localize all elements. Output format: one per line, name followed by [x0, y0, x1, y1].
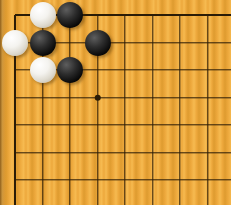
black-stone-C17: [57, 57, 83, 83]
intersection-C17: [56, 56, 84, 84]
go-board[interactable]: [0, 0, 231, 205]
intersection-B18: [29, 29, 57, 57]
white-stone-B19: [30, 2, 56, 28]
intersection-B19: [29, 1, 57, 29]
intersection-C19: [56, 1, 84, 29]
intersection-A18: [1, 29, 29, 57]
intersection-D18: [84, 29, 112, 57]
black-stone-C19: [57, 2, 83, 28]
black-stone-D18: [85, 30, 111, 56]
intersection-B17: [29, 56, 57, 84]
black-stone-B18: [30, 30, 56, 56]
white-stone-B17: [30, 57, 56, 83]
white-stone-A18: [2, 30, 28, 56]
stones-layer[interactable]: [1, 1, 231, 205]
